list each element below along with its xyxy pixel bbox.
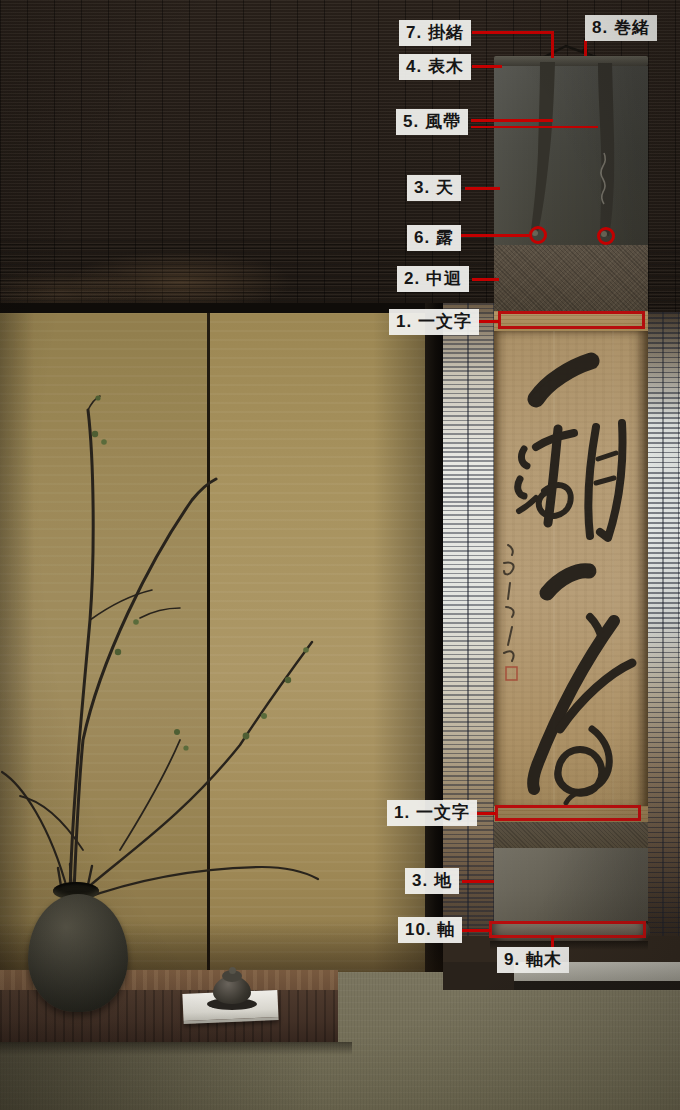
label-jiku: 10. 軸 [398, 917, 462, 943]
scroll-chi-section [494, 848, 648, 921]
ceramic-vase [28, 894, 128, 1012]
sill-dark-line [514, 981, 680, 990]
highlight-jiku [489, 921, 646, 938]
leader-chi [462, 880, 494, 883]
leader-tsuyu [461, 234, 529, 237]
scroll-nakamawashi-bottom [494, 822, 648, 848]
highlight-tsuyu-left [529, 226, 547, 244]
highlight-ichimonji-top [498, 311, 645, 329]
leader-ten [465, 187, 500, 190]
highlight-tsuyu-right [597, 227, 615, 245]
board-shadow [0, 1042, 352, 1055]
label-tsuyu: 6. 露 [407, 225, 461, 251]
label-nakamawashi: 2. 中迴 [397, 266, 469, 292]
label-jikugi: 9. 軸木 [497, 947, 569, 973]
calligraphy-ink [494, 331, 648, 806]
screen-top-rail [0, 303, 443, 313]
label-ten: 3. 天 [407, 175, 461, 201]
leader-ichimonji-top [476, 320, 499, 323]
label-kakeo: 7. 掛緒 [399, 20, 471, 46]
backlit-blind-strip-right [648, 312, 680, 962]
green-leaves [92, 395, 309, 750]
futai-strips [494, 58, 648, 244]
label-ichimonji-bottom: 1. 一文字 [387, 800, 477, 826]
leader-kakeo [472, 31, 554, 34]
leader-hyomoku [472, 65, 502, 68]
incense-container [205, 968, 259, 1012]
incense-lid-knob [229, 967, 236, 974]
leader-futai-1 [471, 119, 553, 122]
leader-futai-2 [471, 126, 598, 128]
leader-jiku [462, 929, 491, 932]
backlit-blind-strip-left [443, 303, 495, 962]
label-futai: 5. 風帶 [396, 109, 468, 135]
highlight-ichimonji-bottom [495, 805, 641, 821]
annotated-kakejiku-photo: 7. 掛緒 8. 巻緒 4. 表木 5. 風帶 3. 天 6. 露 2. 中迴 … [0, 0, 680, 1110]
artist-seal [506, 667, 517, 680]
leader-makio [584, 40, 587, 56]
scroll-nakamawashi-top [494, 245, 648, 311]
leader-kakeo-down [551, 31, 554, 58]
leader-nakamawashi [472, 278, 499, 281]
branch-arrangement [0, 380, 340, 910]
label-hyomoku: 4. 表木 [399, 54, 471, 80]
label-chi: 3. 地 [405, 868, 459, 894]
label-ichimonji-top: 1. 一文字 [389, 309, 479, 335]
label-makio: 8. 巻緒 [585, 15, 657, 41]
